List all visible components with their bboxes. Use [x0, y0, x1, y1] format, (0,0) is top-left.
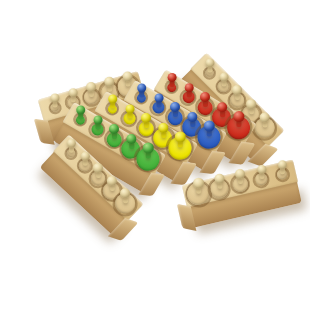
- knob-sphere: [104, 77, 114, 87]
- knob-sphere: [109, 124, 119, 134]
- knob-sphere: [68, 88, 77, 97]
- knob-sphere: [50, 93, 59, 102]
- knob-sphere: [154, 93, 163, 102]
- knob-sphere: [158, 123, 168, 133]
- knob-sphere: [125, 104, 134, 113]
- knob-sphere: [203, 121, 214, 132]
- knob-sphere: [187, 112, 197, 122]
- knob-sphere: [260, 113, 270, 123]
- knob-sphere: [108, 95, 117, 104]
- knob-sphere: [277, 160, 286, 169]
- knob-sphere: [219, 72, 228, 81]
- knob-sphere: [235, 169, 245, 179]
- knob-sphere: [217, 102, 227, 112]
- knob-sphere: [193, 178, 204, 189]
- knob-sphere: [141, 113, 151, 123]
- knob-sphere: [174, 132, 185, 143]
- knob-sphere: [205, 58, 214, 67]
- knob-sphere: [184, 83, 193, 92]
- knob-sphere: [80, 151, 89, 160]
- knob-sphere: [120, 188, 130, 198]
- knob-sphere: [93, 163, 103, 173]
- knob-sphere: [126, 134, 136, 144]
- blocks-layer: [0, 0, 310, 310]
- knob-sphere: [93, 115, 102, 124]
- knob-sphere: [170, 102, 180, 112]
- knob-sphere: [142, 143, 153, 154]
- knob-sphere: [214, 174, 224, 184]
- knob-sphere: [246, 99, 256, 109]
- knob-sphere: [66, 139, 75, 148]
- knob-sphere: [232, 85, 242, 95]
- product-photo: [0, 0, 310, 310]
- knob-sphere: [137, 84, 146, 93]
- knob-sphere: [167, 73, 176, 82]
- knob-sphere: [76, 106, 85, 115]
- knob-sphere: [200, 92, 210, 102]
- knob-sphere: [86, 82, 96, 92]
- knob-sphere: [107, 176, 117, 186]
- knob-sphere: [233, 111, 244, 122]
- knob-sphere: [123, 72, 133, 82]
